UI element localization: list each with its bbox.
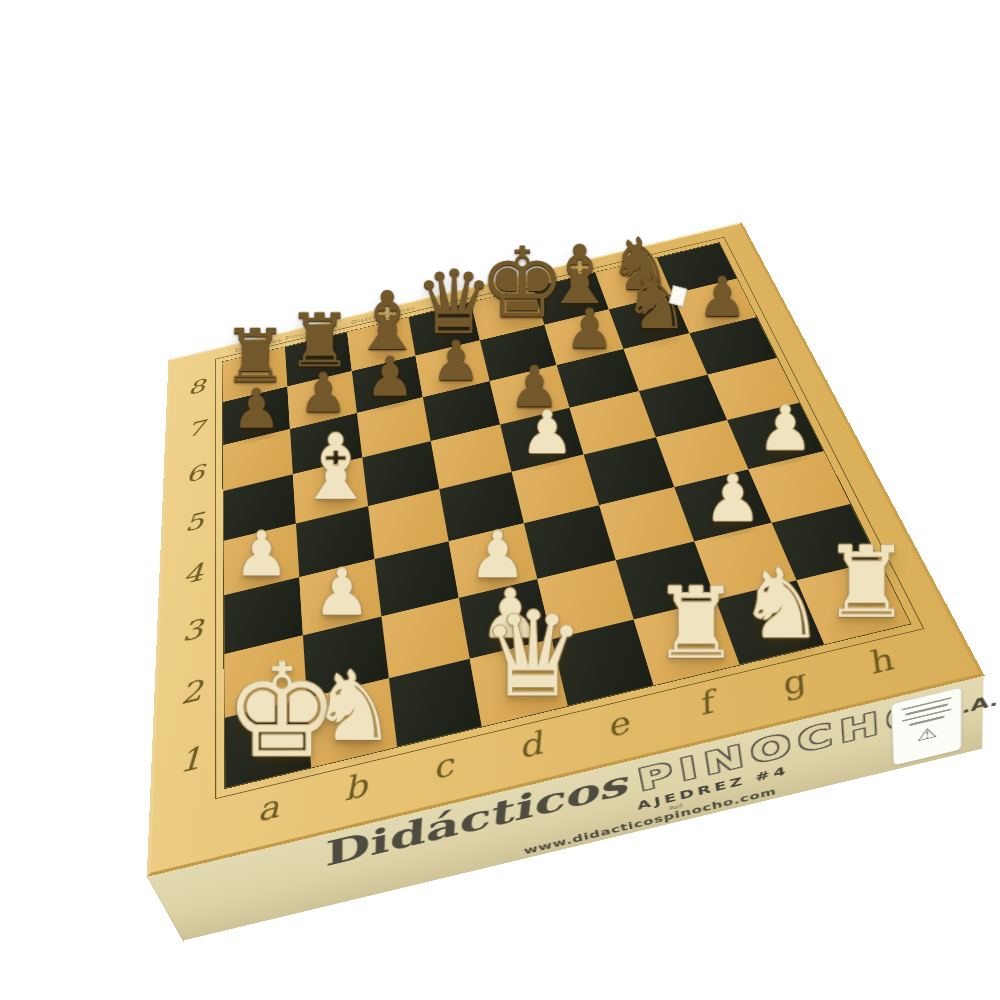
piece-bP-b7[interactable]: ♟ [289,365,357,420]
piece-wB-b5[interactable]: ♝ [295,423,369,514]
piece-bP-h7[interactable]: ♟ [688,269,756,324]
piece-bK-e8[interactable]: ♚ [479,234,545,331]
square-d5[interactable] [431,425,512,490]
piece-wP-a4[interactable]: ♟ [223,523,300,585]
square-b3[interactable]: ♟ [299,559,381,635]
piece-wP-g3[interactable]: ♟ [692,466,772,530]
piece-wN-g1[interactable]: ♞ [737,556,825,652]
piece-wR-f1[interactable]: ♜ [652,574,740,673]
piece-wR-h1[interactable]: ♜ [823,533,911,632]
piece-bP-a7[interactable]: ♟ [222,381,290,436]
square-b5[interactable]: ♝ [293,458,368,524]
piece-bP-d7[interactable]: ♟ [422,333,490,388]
rank-labels: 87654321 [160,362,220,802]
square-e5[interactable]: ♟ [500,408,583,472]
piece-wK-a1[interactable]: ♚ [224,646,312,775]
piece-bN-g7[interactable]: ♞ [622,265,690,340]
piece-bP-f7[interactable]: ♟ [555,301,623,356]
warning-triangle-icon: ⚠ [916,724,937,744]
piece-wN-b1[interactable]: ♞ [310,659,398,755]
scene: Didácticos Pinocho S.A. · Distribuciones… [0,0,1000,1000]
piece-bP-c7[interactable]: ♟ [355,349,423,404]
piece-wP-e5[interactable]: ♟ [510,403,584,462]
square-c3[interactable] [374,541,459,616]
rank-label-1: 1 [160,718,220,802]
piece-wP-h4[interactable]: ♟ [747,397,824,459]
piece-wP-b3[interactable]: ♟ [301,560,381,624]
chess-box: Didácticos Pinocho S.A. · Distribuciones… [147,222,985,877]
product-photo: Didácticos Pinocho S.A. · Distribuciones… [0,0,1000,1000]
piece-wQ-d1[interactable]: ♛ [481,597,569,715]
